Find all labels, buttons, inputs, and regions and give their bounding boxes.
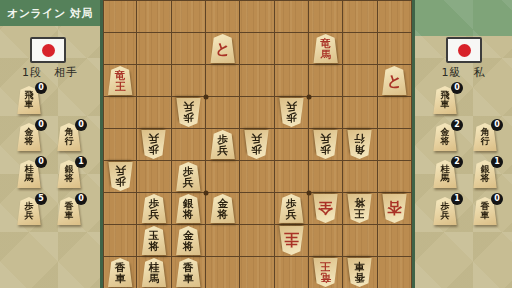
- board-cell[interactable]: [240, 225, 274, 257]
- board-piece[interactable]: 歩兵: [312, 130, 339, 159]
- board-cell[interactable]: [378, 257, 412, 288]
- piece-kanji: 将: [25, 137, 34, 146]
- board-piece[interactable]: 歩兵: [140, 194, 167, 223]
- board-cell[interactable]: 香車: [103, 257, 137, 288]
- hoshi-dot-icon: [307, 95, 312, 100]
- board-cell[interactable]: 角行: [343, 129, 377, 161]
- board-cell[interactable]: 竜馬: [309, 33, 343, 65]
- piece-kanji: 将: [183, 241, 194, 252]
- piece-kanji: 金: [217, 198, 228, 209]
- board-cell[interactable]: 歩兵: [137, 193, 171, 225]
- piece-kanji: 歩: [183, 113, 194, 124]
- piece-kanji: 兵: [115, 166, 126, 177]
- board-cell[interactable]: 竜王: [309, 257, 343, 288]
- tray-piece-1[interactable]: 金将0: [16, 123, 42, 151]
- capture-count-badge: 0: [75, 119, 87, 131]
- board-cell[interactable]: [240, 1, 274, 33]
- board-piece[interactable]: と: [209, 34, 236, 63]
- board-cell[interactable]: 歩兵: [275, 193, 309, 225]
- board-cell[interactable]: [275, 129, 309, 161]
- piece-kanji: 車: [355, 262, 366, 273]
- japan-flag-icon: [446, 37, 482, 63]
- board-cell[interactable]: と: [378, 65, 412, 97]
- board-cell[interactable]: [137, 97, 171, 129]
- board-piece[interactable]: 香車: [107, 258, 134, 287]
- piece-kanji: 歩: [252, 145, 263, 156]
- capture-count-badge: 0: [491, 193, 503, 205]
- flag-sun-icon: [458, 44, 471, 57]
- tray-piece-1[interactable]: 金将2: [432, 123, 458, 151]
- piece-kanji: 王: [115, 81, 126, 92]
- piece-kanji: 車: [183, 273, 194, 284]
- board-piece[interactable]: 金将: [175, 226, 202, 255]
- shogi-app: オンライン 対局 1段 相手 飛車0金将0角行0桂馬0銀将1歩兵5香車0 と竜馬…: [0, 0, 512, 288]
- board-cell[interactable]: [240, 193, 274, 225]
- board-piece[interactable]: 歩兵: [278, 194, 305, 223]
- board-piece[interactable]: 香車: [175, 258, 202, 287]
- piece-kanji: 歩: [183, 166, 194, 177]
- piece-kanji: 将: [183, 209, 194, 220]
- capture-count-badge: 0: [35, 156, 47, 168]
- piece-kanji: 王: [355, 209, 366, 220]
- board-piece[interactable]: 玉将: [140, 226, 167, 255]
- piece-kanji: 歩: [286, 113, 297, 124]
- board-cell[interactable]: 歩兵: [240, 129, 274, 161]
- tray-piece-2[interactable]: 角行0: [56, 123, 82, 151]
- piece-kanji: 車: [25, 100, 34, 109]
- board-piece[interactable]: 歩兵: [107, 162, 134, 191]
- board-cell[interactable]: [172, 65, 206, 97]
- board-cell[interactable]: 玉将: [137, 225, 171, 257]
- capture-count-badge: 0: [35, 119, 47, 131]
- board-cell[interactable]: [343, 1, 377, 33]
- capture-count-badge: 0: [451, 82, 463, 94]
- hoshi-dot-icon: [204, 191, 209, 196]
- piece-kanji: 兵: [149, 134, 160, 145]
- capture-count-badge: 2: [451, 156, 463, 168]
- board-cell[interactable]: [137, 161, 171, 193]
- board-cell[interactable]: [206, 161, 240, 193]
- board-cell[interactable]: [240, 65, 274, 97]
- board-cell[interactable]: [378, 33, 412, 65]
- board-cell[interactable]: 銀将: [172, 193, 206, 225]
- board-piece[interactable]: 歩兵: [278, 98, 305, 127]
- piece-kanji: 将: [217, 209, 228, 220]
- page-title: オンライン 対局: [7, 6, 93, 21]
- my-panel: 1級 私 飛車0金将2角行0桂馬2銀将1歩兵1香車0: [415, 0, 512, 288]
- piece-kanji: 竜: [320, 38, 331, 49]
- piece-kanji: 香: [355, 273, 366, 284]
- board-cell[interactable]: [309, 161, 343, 193]
- board-cell[interactable]: [275, 161, 309, 193]
- board-cell[interactable]: 歩兵: [172, 97, 206, 129]
- board-cell[interactable]: [103, 97, 137, 129]
- tray-piece-0[interactable]: 飛車0: [432, 86, 458, 114]
- board-cell[interactable]: [378, 97, 412, 129]
- board-cell[interactable]: 圭: [275, 225, 309, 257]
- board-cell[interactable]: [206, 65, 240, 97]
- piece-kanji: 行: [355, 134, 366, 145]
- board-cell[interactable]: 桂馬: [137, 257, 171, 288]
- board-piece[interactable]: と: [381, 66, 408, 95]
- capture-count-badge: 1: [491, 156, 503, 168]
- board-piece[interactable]: 歩兵: [243, 130, 270, 159]
- board-cell[interactable]: [343, 97, 377, 129]
- board-piece[interactable]: 杏: [381, 194, 408, 223]
- board-piece[interactable]: 竜馬: [312, 34, 339, 63]
- board-cell[interactable]: [343, 225, 377, 257]
- board-piece[interactable]: 圭: [278, 226, 305, 255]
- flag-sun-icon: [42, 44, 55, 57]
- board-piece[interactable]: 歩兵: [175, 98, 202, 127]
- piece-kanji: 杏: [387, 201, 402, 217]
- japan-flag-icon: [30, 37, 66, 63]
- board-cell[interactable]: 金将: [206, 193, 240, 225]
- board-piece[interactable]: 竜王: [107, 66, 134, 95]
- board-cell[interactable]: [275, 257, 309, 288]
- board-cell[interactable]: [378, 129, 412, 161]
- board-cell[interactable]: [275, 33, 309, 65]
- capture-count-badge: 2: [451, 119, 463, 131]
- board-cell[interactable]: 竜王: [103, 65, 137, 97]
- shogi-board-frame: と竜馬竜王と歩兵歩兵歩兵歩兵歩兵歩兵角行歩兵歩兵歩兵銀将金将歩兵全王将杏玉将金将…: [100, 0, 415, 288]
- capture-count-badge: 0: [35, 82, 47, 94]
- board-cell[interactable]: [206, 257, 240, 288]
- piece-kanji: 香: [183, 262, 194, 273]
- board-piece[interactable]: 香車: [346, 258, 373, 287]
- tray-piece-5[interactable]: 歩兵1: [432, 197, 458, 225]
- piece-kanji: 車: [65, 211, 74, 220]
- board-cell[interactable]: [343, 65, 377, 97]
- right-panel-green-header: [415, 0, 512, 36]
- piece-kanji: 将: [149, 241, 160, 252]
- piece-kanji: 行: [65, 137, 74, 146]
- piece-kanji: 全: [318, 201, 333, 217]
- piece-kanji: 兵: [441, 211, 450, 220]
- board-cell[interactable]: [103, 129, 137, 161]
- piece-kanji: 竜: [320, 273, 331, 284]
- board-cell[interactable]: [137, 65, 171, 97]
- piece-kanji: 行: [481, 137, 490, 146]
- piece-kanji: 車: [441, 100, 450, 109]
- piece-kanji: 角: [355, 145, 366, 156]
- tray-piece-3[interactable]: 桂馬0: [16, 160, 42, 188]
- board-cell[interactable]: [172, 1, 206, 33]
- board-cell[interactable]: [137, 33, 171, 65]
- board-cell[interactable]: [378, 1, 412, 33]
- board-cell[interactable]: [206, 97, 240, 129]
- tray-piece-4[interactable]: 銀将1: [472, 160, 498, 188]
- opponent-rank-label: 1段 相手: [0, 65, 100, 80]
- board-piece[interactable]: 桂馬: [140, 258, 167, 287]
- board-cell[interactable]: 歩兵: [275, 97, 309, 129]
- capture-count-badge: 1: [75, 156, 87, 168]
- board-cell[interactable]: 香車: [172, 257, 206, 288]
- board-cell[interactable]: 歩兵: [172, 161, 206, 193]
- piece-kanji: 馬: [149, 273, 160, 284]
- board-cell[interactable]: 杏: [378, 193, 412, 225]
- board-cell[interactable]: [309, 65, 343, 97]
- board-piece[interactable]: 全: [312, 194, 339, 223]
- piece-kanji: 将: [441, 137, 450, 146]
- piece-kanji: 香: [115, 262, 126, 273]
- board-piece[interactable]: 歩兵: [175, 162, 202, 191]
- piece-kanji: 銀: [183, 198, 194, 209]
- tray-piece-5[interactable]: 歩兵5: [16, 197, 42, 225]
- capture-count-badge: 0: [491, 119, 503, 131]
- board-cell[interactable]: [309, 1, 343, 33]
- piece-kanji: 車: [115, 273, 126, 284]
- board-piece[interactable]: 金将: [209, 194, 236, 223]
- board-cell[interactable]: 香車: [343, 257, 377, 288]
- piece-kanji: 竜: [115, 70, 126, 81]
- board-cell[interactable]: [275, 1, 309, 33]
- capture-count-badge: 0: [75, 193, 87, 205]
- piece-kanji: と: [387, 73, 402, 89]
- board-cell[interactable]: [378, 161, 412, 193]
- piece-kanji: 歩: [286, 198, 297, 209]
- tray-piece-6[interactable]: 香車0: [472, 197, 498, 225]
- piece-kanji: 将: [65, 174, 74, 183]
- piece-kanji: 兵: [183, 102, 194, 113]
- board-cell[interactable]: [206, 225, 240, 257]
- piece-kanji: 歩: [320, 145, 331, 156]
- piece-kanji: と: [215, 41, 230, 57]
- board-cell[interactable]: 歩兵: [309, 129, 343, 161]
- board-cell[interactable]: [343, 33, 377, 65]
- board-piece[interactable]: 竜王: [312, 258, 339, 287]
- hoshi-dot-icon: [204, 95, 209, 100]
- board-cell[interactable]: 歩兵: [206, 129, 240, 161]
- board-piece[interactable]: 角行: [346, 130, 373, 159]
- board-piece[interactable]: 銀将: [175, 194, 202, 223]
- board-cell[interactable]: 金将: [172, 225, 206, 257]
- piece-kanji: 兵: [183, 177, 194, 188]
- piece-kanji: 兵: [217, 145, 228, 156]
- board-piece[interactable]: 王将: [346, 194, 373, 223]
- tray-piece-4[interactable]: 銀将1: [56, 160, 82, 188]
- piece-kanji: 桂: [149, 262, 160, 273]
- piece-kanji: 馬: [320, 49, 331, 60]
- piece-kanji: 歩: [115, 177, 126, 188]
- piece-kanji: 兵: [286, 209, 297, 220]
- piece-kanji: 車: [481, 211, 490, 220]
- tray-piece-6[interactable]: 香車0: [56, 197, 82, 225]
- board-cell[interactable]: [172, 33, 206, 65]
- piece-kanji: 兵: [286, 102, 297, 113]
- tray-piece-2[interactable]: 角行0: [472, 123, 498, 151]
- board-cell[interactable]: [240, 161, 274, 193]
- board-cell[interactable]: [206, 1, 240, 33]
- piece-kanji: 圭: [284, 233, 299, 249]
- piece-kanji: 玉: [149, 230, 160, 241]
- board-cell[interactable]: 王将: [343, 193, 377, 225]
- board-cell[interactable]: と: [206, 33, 240, 65]
- board-cell[interactable]: [103, 33, 137, 65]
- piece-kanji: 兵: [149, 209, 160, 220]
- board-cell[interactable]: [275, 65, 309, 97]
- piece-kanji: 歩: [149, 198, 160, 209]
- piece-kanji: 王: [320, 262, 331, 273]
- board-cell[interactable]: [240, 33, 274, 65]
- shogi-board: と竜馬竜王と歩兵歩兵歩兵歩兵歩兵歩兵角行歩兵歩兵歩兵銀将金将歩兵全王将杏玉将金将…: [103, 0, 412, 288]
- tray-piece-0[interactable]: 飛車0: [16, 86, 42, 114]
- board-piece[interactable]: 歩兵: [140, 130, 167, 159]
- board-cell[interactable]: 歩兵: [103, 161, 137, 193]
- piece-kanji: 兵: [252, 134, 263, 145]
- board-cell[interactable]: [309, 97, 343, 129]
- piece-kanji: 馬: [25, 174, 34, 183]
- piece-kanji: 将: [355, 198, 366, 209]
- board-cell[interactable]: 全: [309, 193, 343, 225]
- capture-count-badge: 5: [35, 193, 47, 205]
- piece-kanji: 歩: [217, 134, 228, 145]
- piece-kanji: 将: [481, 174, 490, 183]
- piece-kanji: 兵: [320, 134, 331, 145]
- board-cell[interactable]: [343, 161, 377, 193]
- opponent-panel: オンライン 対局 1段 相手 飛車0金将0角行0桂馬0銀将1歩兵5香車0: [0, 0, 100, 288]
- board-cell[interactable]: 歩兵: [137, 129, 171, 161]
- board-cell[interactable]: [240, 97, 274, 129]
- board-cell[interactable]: [378, 225, 412, 257]
- board-cell[interactable]: [137, 1, 171, 33]
- tray-piece-3[interactable]: 桂馬2: [432, 160, 458, 188]
- board-cell[interactable]: [172, 129, 206, 161]
- board-cell[interactable]: [103, 193, 137, 225]
- board-piece[interactable]: 歩兵: [209, 130, 236, 159]
- piece-kanji: 金: [183, 230, 194, 241]
- capture-count-badge: 1: [451, 193, 463, 205]
- board-cell[interactable]: [103, 225, 137, 257]
- piece-kanji: 兵: [25, 211, 34, 220]
- piece-kanji: 歩: [149, 145, 160, 156]
- board-cell[interactable]: [240, 257, 274, 288]
- my-rank-label: 1級 私: [415, 65, 512, 80]
- board-cell[interactable]: [309, 225, 343, 257]
- header-title-bar: オンライン 対局: [0, 0, 100, 26]
- board-cell[interactable]: [103, 1, 137, 33]
- hoshi-dot-icon: [307, 191, 312, 196]
- piece-kanji: 馬: [441, 174, 450, 183]
